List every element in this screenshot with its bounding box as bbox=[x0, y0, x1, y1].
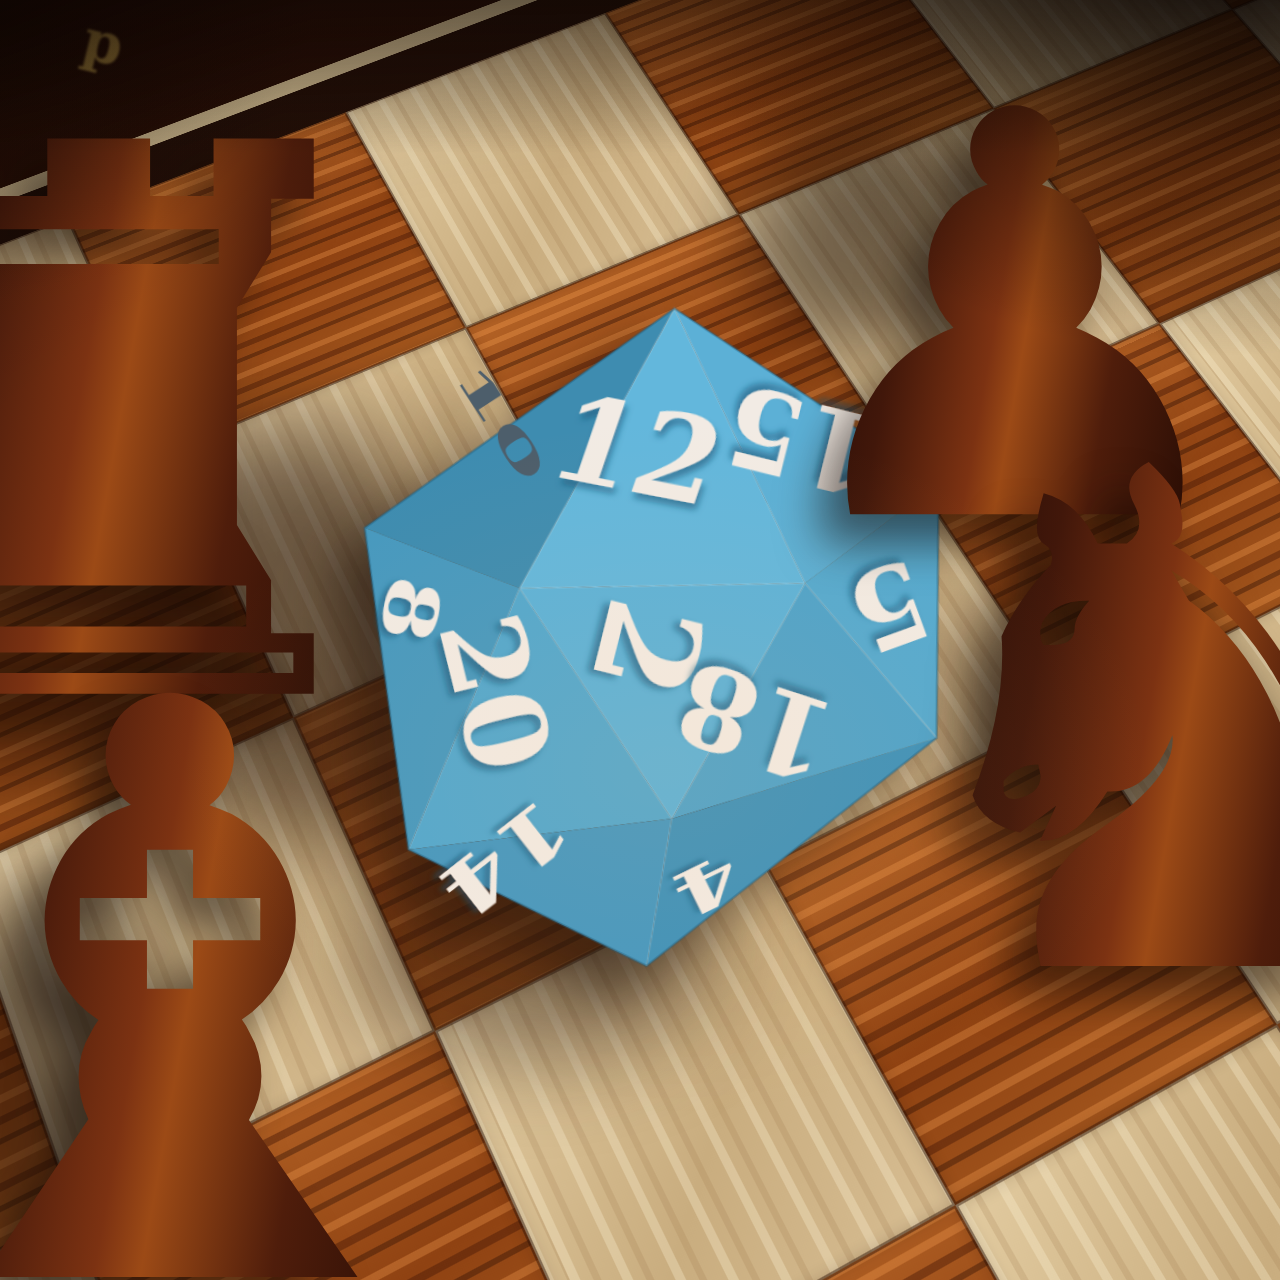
black-knight-piece: ♞ bbox=[825, 383, 1280, 1073]
chessboard-photo-scene: p 10 12 bbox=[0, 0, 1280, 1280]
black-bishop-piece: ♝ bbox=[0, 600, 570, 1280]
